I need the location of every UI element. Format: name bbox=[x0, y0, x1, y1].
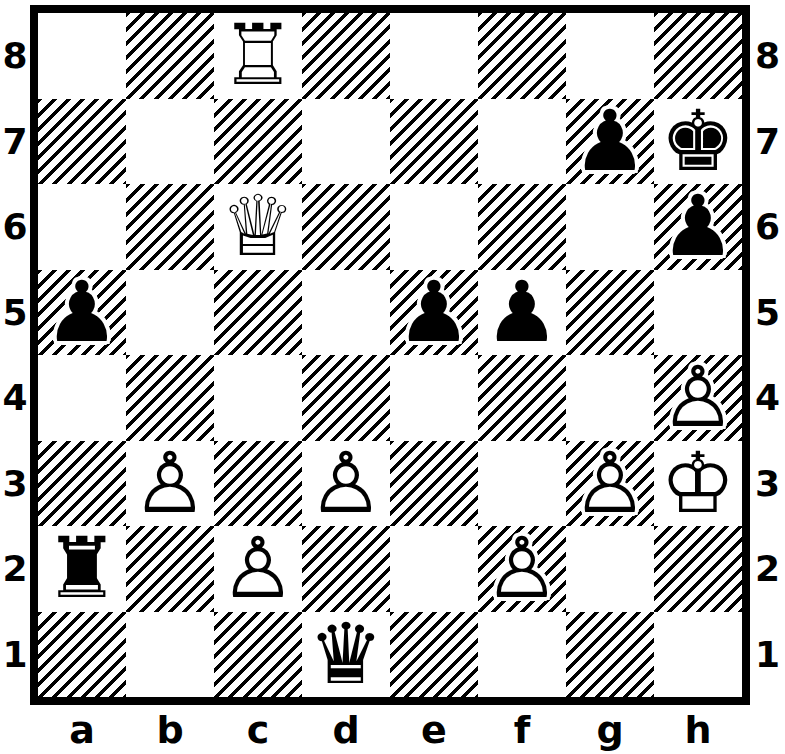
piece-white-pawn-d3: ♟♙ bbox=[302, 441, 390, 527]
rank-label-right-1: 1 bbox=[750, 612, 785, 698]
square-b5 bbox=[126, 270, 214, 356]
square-g6 bbox=[566, 184, 654, 270]
white-king-glyph: ♔ bbox=[654, 441, 742, 527]
square-c8: ♜♖ bbox=[214, 13, 302, 99]
rank-label-left-4: 4 bbox=[0, 355, 30, 441]
square-c5 bbox=[214, 270, 302, 356]
black-rook-glyph: ♜ bbox=[38, 526, 126, 612]
rank-label-right-6: 6 bbox=[750, 184, 785, 270]
rank-label-left-5: 5 bbox=[0, 270, 30, 356]
square-g3: ♟♙ bbox=[566, 441, 654, 527]
white-queen-glyph: ♕ bbox=[214, 184, 302, 270]
rank-label-left-2: 2 bbox=[0, 526, 30, 612]
square-f3 bbox=[478, 441, 566, 527]
piece-white-pawn-c2: ♟♙ bbox=[214, 526, 302, 612]
black-king-glyph: ♚ bbox=[654, 99, 742, 185]
square-h1 bbox=[654, 612, 742, 698]
file-label-g: g bbox=[566, 705, 654, 754]
white-pawn-glyph: ♙ bbox=[566, 441, 654, 527]
piece-white-pawn-f2: ♟♙ bbox=[478, 526, 566, 612]
square-h8 bbox=[654, 13, 742, 99]
square-g5 bbox=[566, 270, 654, 356]
white-pawn-glyph: ♙ bbox=[654, 355, 742, 441]
square-b2 bbox=[126, 526, 214, 612]
file-label-b: b bbox=[126, 705, 214, 754]
square-g4 bbox=[566, 355, 654, 441]
rank-label-left-7: 7 bbox=[0, 99, 30, 185]
rank-label-left-8: 8 bbox=[0, 13, 30, 99]
square-b8 bbox=[126, 13, 214, 99]
piece-white-pawn-g3: ♟♙ bbox=[566, 441, 654, 527]
piece-black-queen-d1: ♛♛ bbox=[302, 612, 390, 698]
square-a2: ♜♜ bbox=[38, 526, 126, 612]
rank-label-right-2: 2 bbox=[750, 526, 785, 612]
square-h6: ♟♟ bbox=[654, 184, 742, 270]
white-pawn-glyph: ♙ bbox=[126, 441, 214, 527]
square-f2: ♟♙ bbox=[478, 526, 566, 612]
piece-white-queen-c6: ♛♕ bbox=[214, 184, 302, 270]
piece-black-pawn-e5: ♟♟ bbox=[390, 270, 478, 356]
square-f8 bbox=[478, 13, 566, 99]
square-d4 bbox=[302, 355, 390, 441]
square-f4 bbox=[478, 355, 566, 441]
file-label-a: a bbox=[38, 705, 126, 754]
square-e3 bbox=[390, 441, 478, 527]
rank-label-right-8: 8 bbox=[750, 13, 785, 99]
piece-black-rook-a2: ♜♜ bbox=[38, 526, 126, 612]
square-b1 bbox=[126, 612, 214, 698]
square-a6 bbox=[38, 184, 126, 270]
rank-label-right-3: 3 bbox=[750, 441, 785, 527]
piece-black-pawn-f5: ♟♟ bbox=[478, 270, 566, 356]
black-queen-glyph: ♛ bbox=[302, 612, 390, 698]
white-pawn-glyph: ♙ bbox=[214, 526, 302, 612]
square-e5: ♟♟ bbox=[390, 270, 478, 356]
black-pawn-glyph: ♟ bbox=[566, 99, 654, 185]
square-e2 bbox=[390, 526, 478, 612]
square-g1 bbox=[566, 612, 654, 698]
square-a4 bbox=[38, 355, 126, 441]
black-pawn-glyph: ♟ bbox=[390, 270, 478, 356]
square-h3: ♚♔ bbox=[654, 441, 742, 527]
square-c1 bbox=[214, 612, 302, 698]
piece-white-rook-c8: ♜♖ bbox=[214, 13, 302, 99]
square-g7: ♟♟ bbox=[566, 99, 654, 185]
square-c7 bbox=[214, 99, 302, 185]
rank-label-left-6: 6 bbox=[0, 184, 30, 270]
square-b4 bbox=[126, 355, 214, 441]
file-label-c: c bbox=[214, 705, 302, 754]
square-a1 bbox=[38, 612, 126, 698]
square-d8 bbox=[302, 13, 390, 99]
square-a7 bbox=[38, 99, 126, 185]
square-h4: ♟♙ bbox=[654, 355, 742, 441]
file-label-h: h bbox=[654, 705, 742, 754]
square-c6: ♛♕ bbox=[214, 184, 302, 270]
piece-black-king-h7: ♚♚ bbox=[654, 99, 742, 185]
square-e7 bbox=[390, 99, 478, 185]
square-e4 bbox=[390, 355, 478, 441]
square-e8 bbox=[390, 13, 478, 99]
square-h5 bbox=[654, 270, 742, 356]
chess-board: ♜♖♟♟♚♚♛♕♟♟♟♟♟♟♟♟♟♙♟♙♟♙♟♙♚♔♜♜♟♙♟♙♛♛ bbox=[30, 5, 750, 705]
square-f5: ♟♟ bbox=[478, 270, 566, 356]
square-d3: ♟♙ bbox=[302, 441, 390, 527]
rank-label-left-3: 3 bbox=[0, 441, 30, 527]
square-d6 bbox=[302, 184, 390, 270]
square-a5: ♟♟ bbox=[38, 270, 126, 356]
black-pawn-glyph: ♟ bbox=[654, 184, 742, 270]
square-c2: ♟♙ bbox=[214, 526, 302, 612]
square-f1 bbox=[478, 612, 566, 698]
rank-label-right-5: 5 bbox=[750, 270, 785, 356]
square-d1: ♛♛ bbox=[302, 612, 390, 698]
rank-label-right-4: 4 bbox=[750, 355, 785, 441]
piece-white-pawn-b3: ♟♙ bbox=[126, 441, 214, 527]
square-e1 bbox=[390, 612, 478, 698]
square-f6 bbox=[478, 184, 566, 270]
square-b7 bbox=[126, 99, 214, 185]
square-g2 bbox=[566, 526, 654, 612]
square-a3 bbox=[38, 441, 126, 527]
square-b6 bbox=[126, 184, 214, 270]
square-b3: ♟♙ bbox=[126, 441, 214, 527]
rank-labels-right: 87654321 bbox=[750, 13, 785, 697]
square-c3 bbox=[214, 441, 302, 527]
file-label-e: e bbox=[390, 705, 478, 754]
square-h7: ♚♚ bbox=[654, 99, 742, 185]
square-d5 bbox=[302, 270, 390, 356]
square-d7 bbox=[302, 99, 390, 185]
square-f7 bbox=[478, 99, 566, 185]
chess-diagram: 87654321 ♜♖♟♟♚♚♛♕♟♟♟♟♟♟♟♟♟♙♟♙♟♙♟♙♚♔♜♜♟♙♟… bbox=[0, 0, 785, 754]
white-pawn-glyph: ♙ bbox=[478, 526, 566, 612]
square-c4 bbox=[214, 355, 302, 441]
rank-label-left-1: 1 bbox=[0, 612, 30, 698]
square-h2 bbox=[654, 526, 742, 612]
piece-white-pawn-h4: ♟♙ bbox=[654, 355, 742, 441]
square-g8 bbox=[566, 13, 654, 99]
black-pawn-glyph: ♟ bbox=[478, 270, 566, 356]
rank-label-right-7: 7 bbox=[750, 99, 785, 185]
file-label-f: f bbox=[478, 705, 566, 754]
square-d2 bbox=[302, 526, 390, 612]
square-a8 bbox=[38, 13, 126, 99]
piece-black-pawn-a5: ♟♟ bbox=[38, 270, 126, 356]
file-label-d: d bbox=[302, 705, 390, 754]
file-labels: abcdefgh bbox=[38, 705, 742, 754]
rank-labels-left: 87654321 bbox=[0, 13, 30, 697]
piece-black-pawn-g7: ♟♟ bbox=[566, 99, 654, 185]
white-pawn-glyph: ♙ bbox=[302, 441, 390, 527]
piece-black-pawn-h6: ♟♟ bbox=[654, 184, 742, 270]
piece-white-king-h3: ♚♔ bbox=[654, 441, 742, 527]
square-e6 bbox=[390, 184, 478, 270]
black-pawn-glyph: ♟ bbox=[38, 270, 126, 356]
white-rook-glyph: ♖ bbox=[214, 13, 302, 99]
